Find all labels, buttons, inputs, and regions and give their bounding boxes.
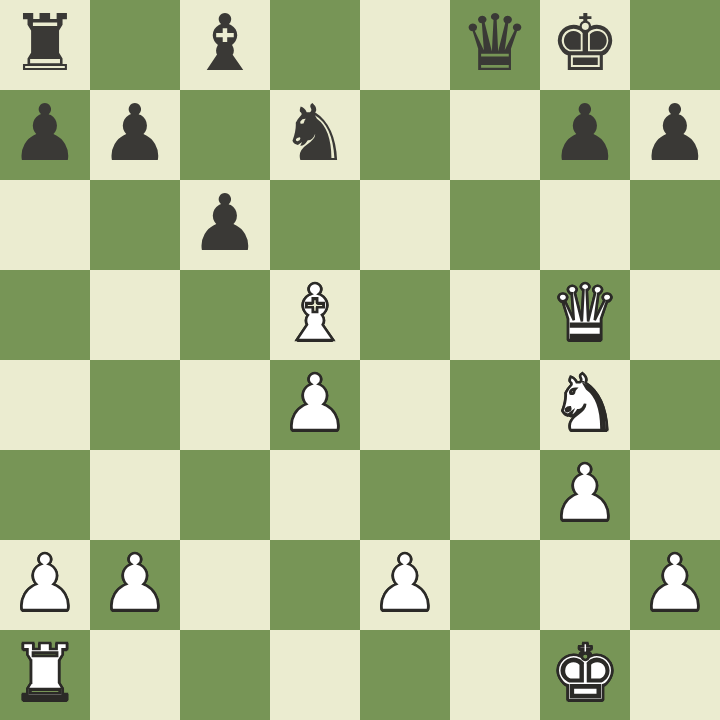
square-g5[interactable]: ♛ — [540, 270, 630, 360]
square-f1[interactable] — [450, 630, 540, 720]
square-b2[interactable]: ♟ — [90, 540, 180, 630]
square-h1[interactable] — [630, 630, 720, 720]
piece-white-pawn[interactable]: ♟ — [10, 538, 80, 628]
square-h7[interactable]: ♟ — [630, 90, 720, 180]
square-a2[interactable]: ♟ — [0, 540, 90, 630]
square-c6[interactable]: ♟ — [180, 180, 270, 270]
square-d3[interactable] — [270, 450, 360, 540]
square-c3[interactable] — [180, 450, 270, 540]
square-d5[interactable]: ♝ — [270, 270, 360, 360]
square-d2[interactable] — [270, 540, 360, 630]
chess-board: ♜♝♛♚♟♟♞♟♟♟♝♛♟♞♟♟♟♟♟♜♚ — [0, 0, 720, 720]
square-b4[interactable] — [90, 360, 180, 450]
piece-black-rook[interactable]: ♜ — [10, 0, 80, 88]
piece-white-pawn[interactable]: ♟ — [100, 538, 170, 628]
square-b6[interactable] — [90, 180, 180, 270]
piece-white-queen[interactable]: ♛ — [550, 268, 620, 358]
piece-black-pawn[interactable]: ♟ — [640, 88, 710, 178]
square-e2[interactable]: ♟ — [360, 540, 450, 630]
piece-black-pawn[interactable]: ♟ — [550, 88, 620, 178]
square-a1[interactable]: ♜ — [0, 630, 90, 720]
piece-black-king[interactable]: ♚ — [550, 0, 620, 88]
square-d1[interactable] — [270, 630, 360, 720]
square-h2[interactable]: ♟ — [630, 540, 720, 630]
piece-black-queen[interactable]: ♛ — [460, 0, 530, 88]
square-b8[interactable] — [90, 0, 180, 90]
square-f2[interactable] — [450, 540, 540, 630]
square-a8[interactable]: ♜ — [0, 0, 90, 90]
square-e7[interactable] — [360, 90, 450, 180]
square-d8[interactable] — [270, 0, 360, 90]
piece-white-king[interactable]: ♚ — [550, 628, 620, 718]
square-h5[interactable] — [630, 270, 720, 360]
piece-black-pawn[interactable]: ♟ — [190, 178, 260, 268]
square-c8[interactable]: ♝ — [180, 0, 270, 90]
square-b7[interactable]: ♟ — [90, 90, 180, 180]
square-h6[interactable] — [630, 180, 720, 270]
square-b3[interactable] — [90, 450, 180, 540]
square-a6[interactable] — [0, 180, 90, 270]
square-e5[interactable] — [360, 270, 450, 360]
square-b1[interactable] — [90, 630, 180, 720]
square-f6[interactable] — [450, 180, 540, 270]
square-b5[interactable] — [90, 270, 180, 360]
square-d4[interactable]: ♟ — [270, 360, 360, 450]
square-g6[interactable] — [540, 180, 630, 270]
square-c7[interactable] — [180, 90, 270, 180]
square-c5[interactable] — [180, 270, 270, 360]
square-e4[interactable] — [360, 360, 450, 450]
piece-white-rook[interactable]: ♜ — [10, 628, 80, 718]
square-a4[interactable] — [0, 360, 90, 450]
square-g2[interactable] — [540, 540, 630, 630]
piece-white-pawn[interactable]: ♟ — [370, 538, 440, 628]
piece-white-bishop[interactable]: ♝ — [280, 268, 350, 358]
square-g8[interactable]: ♚ — [540, 0, 630, 90]
square-f8[interactable]: ♛ — [450, 0, 540, 90]
piece-black-pawn[interactable]: ♟ — [100, 88, 170, 178]
square-e8[interactable] — [360, 0, 450, 90]
square-a3[interactable] — [0, 450, 90, 540]
square-h4[interactable] — [630, 360, 720, 450]
square-f5[interactable] — [450, 270, 540, 360]
square-h8[interactable] — [630, 0, 720, 90]
piece-white-pawn[interactable]: ♟ — [280, 358, 350, 448]
square-e6[interactable] — [360, 180, 450, 270]
piece-white-pawn[interactable]: ♟ — [640, 538, 710, 628]
square-g4[interactable]: ♞ — [540, 360, 630, 450]
square-g3[interactable]: ♟ — [540, 450, 630, 540]
square-c4[interactable] — [180, 360, 270, 450]
piece-black-knight[interactable]: ♞ — [280, 88, 350, 178]
square-g7[interactable]: ♟ — [540, 90, 630, 180]
square-c1[interactable] — [180, 630, 270, 720]
square-e3[interactable] — [360, 450, 450, 540]
square-f4[interactable] — [450, 360, 540, 450]
square-e1[interactable] — [360, 630, 450, 720]
piece-white-pawn[interactable]: ♟ — [550, 448, 620, 538]
square-d6[interactable] — [270, 180, 360, 270]
square-a7[interactable]: ♟ — [0, 90, 90, 180]
square-g1[interactable]: ♚ — [540, 630, 630, 720]
square-f7[interactable] — [450, 90, 540, 180]
piece-white-knight[interactable]: ♞ — [550, 358, 620, 448]
square-f3[interactable] — [450, 450, 540, 540]
piece-black-bishop[interactable]: ♝ — [190, 0, 260, 88]
square-a5[interactable] — [0, 270, 90, 360]
square-d7[interactable]: ♞ — [270, 90, 360, 180]
square-h3[interactable] — [630, 450, 720, 540]
piece-black-pawn[interactable]: ♟ — [10, 88, 80, 178]
square-c2[interactable] — [180, 540, 270, 630]
